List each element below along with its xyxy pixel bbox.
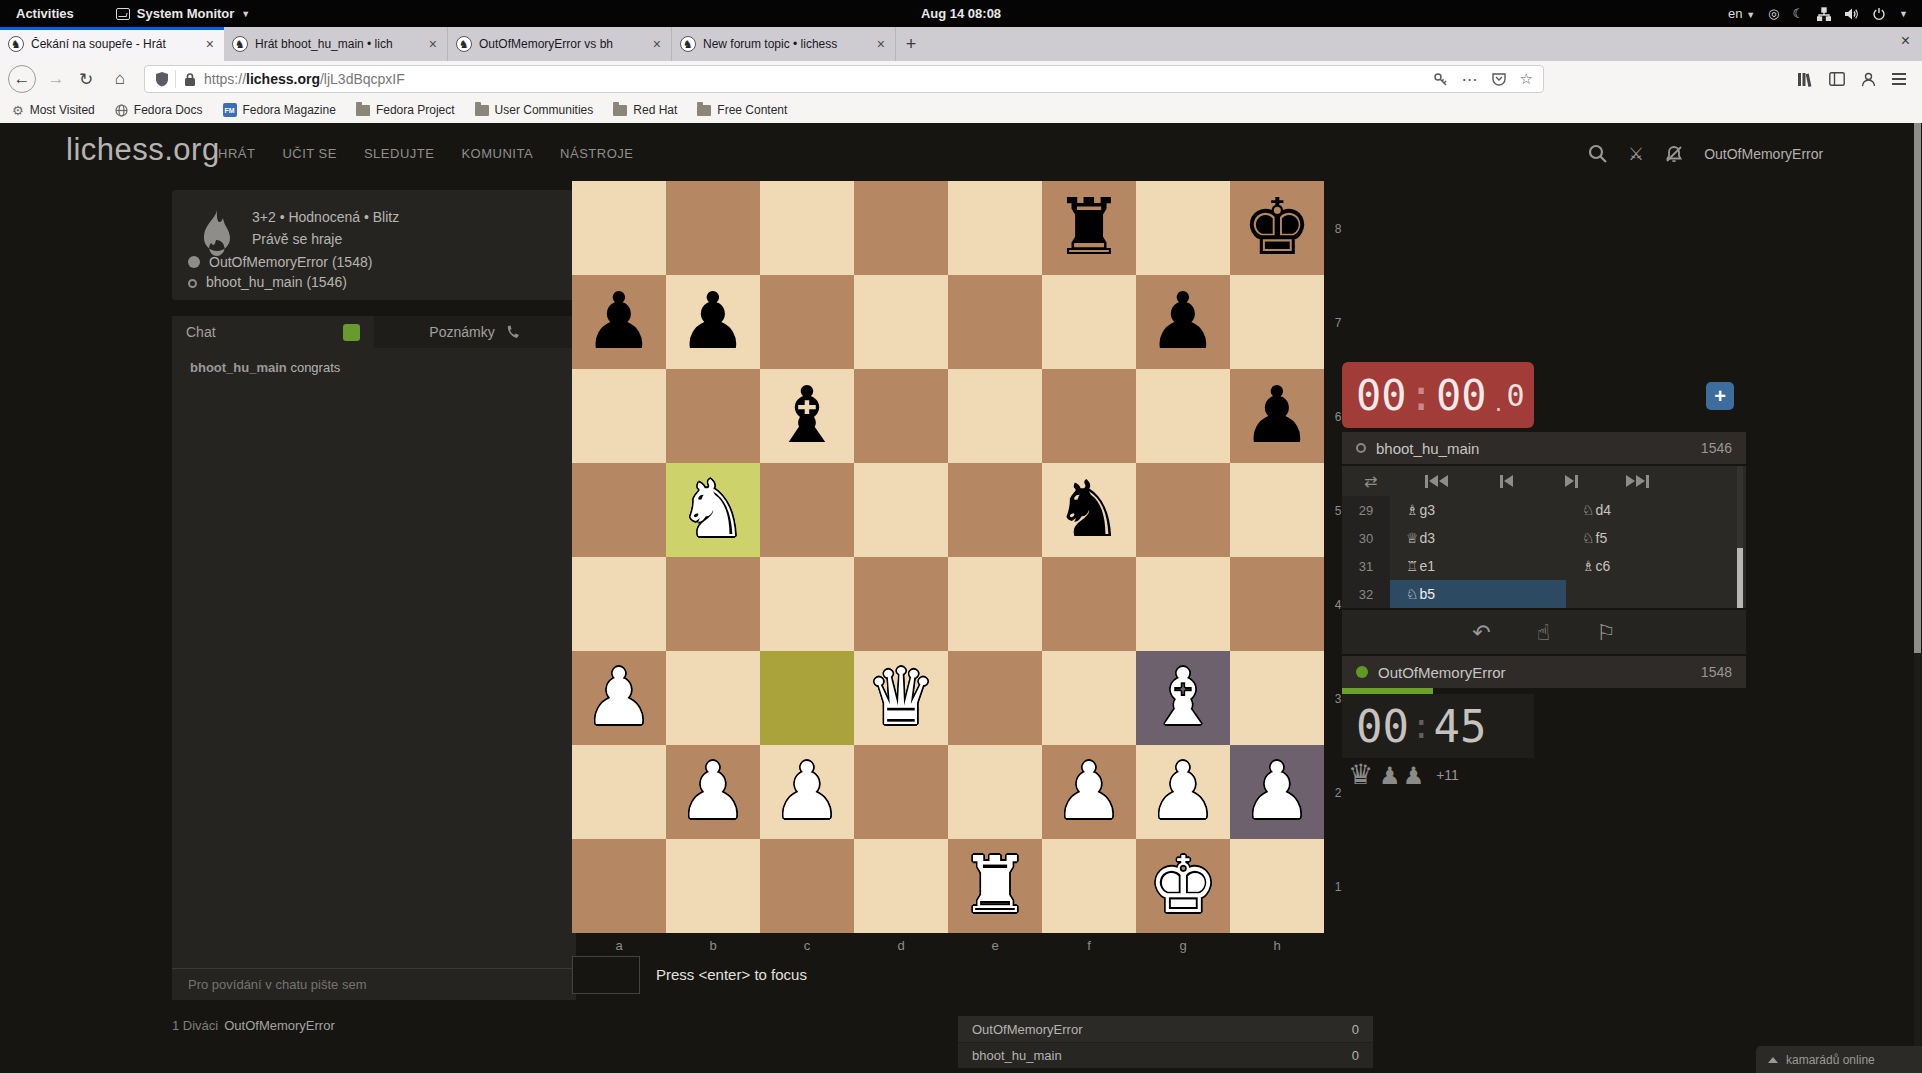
square-d4[interactable] [854, 557, 948, 651]
black-knight[interactable]: ♞ [1042, 463, 1136, 557]
chess-board: ♜♚♟♟♟♝♟♞♞♟♛♝♟♟♟♟♟♜♚ [572, 181, 1324, 933]
square-f5[interactable]: ♞ [1042, 463, 1136, 557]
square-c4[interactable] [760, 557, 854, 651]
square-e5[interactable] [948, 463, 1042, 557]
move-row: 29♗g3♘d4 [1342, 496, 1746, 524]
square-d5[interactable] [854, 463, 948, 557]
square-h7[interactable] [1230, 275, 1324, 369]
bookmark-label: User Communities [495, 103, 594, 117]
square-a4[interactable] [572, 557, 666, 651]
gnome-top-bar: Activities System Monitor ▼ Aug 14 08:08… [0, 0, 1922, 27]
square-h1[interactable] [1230, 839, 1324, 933]
bookmark-label: Free Content [717, 103, 787, 117]
nav-item[interactable]: UČIT SE [282, 146, 337, 161]
white-king[interactable]: ♚ [1136, 839, 1230, 933]
white-clock: 00:45 [1342, 694, 1534, 758]
library-icon[interactable] [1797, 72, 1813, 87]
square-c3[interactable] [760, 651, 854, 745]
square-a3[interactable]: ♟ [572, 651, 666, 745]
square-g8[interactable] [1136, 181, 1230, 275]
move-white[interactable]: ♘b5 [1390, 580, 1566, 608]
file-label-f: f [1042, 938, 1136, 953]
captured-pawn-icon: ♟ [1379, 762, 1401, 790]
header-username[interactable]: OutOfMemoryError [1704, 146, 1823, 162]
square-e6[interactable] [948, 369, 1042, 463]
white-knight[interactable]: ♞ [666, 463, 760, 557]
phone-icon [505, 324, 521, 340]
black-pawn[interactable]: ♟ [1136, 275, 1230, 369]
square-b5[interactable]: ♞ [666, 463, 760, 557]
sidebar-icon[interactable] [1829, 72, 1845, 86]
bookmark-label: Red Hat [633, 103, 677, 117]
main-nav: HRÁTUČIT SESLEDUJTEKOMUNITANÁSTROJE [218, 146, 633, 161]
chat-toggle[interactable] [343, 324, 360, 341]
move-white[interactable]: ♕d3 [1390, 524, 1566, 552]
game-status-line: Právě se hraje [252, 228, 399, 250]
rank-label-1: 1 [1330, 880, 1346, 894]
score-table: OutOfMemoryError0bhoot_hu_main0 [958, 1016, 1373, 1068]
bookmark-star-icon[interactable]: ☆ [1520, 70, 1533, 88]
white-rating: 1548 [1701, 664, 1732, 680]
black-rook[interactable]: ♜ [1042, 181, 1136, 275]
file-label-b: b [666, 938, 760, 953]
url-text: https://lichess.org/ljL3dBqcpxIF [204, 71, 405, 87]
offline-ring-icon [1356, 443, 1366, 453]
square-g7[interactable]: ♟ [1136, 275, 1230, 369]
network-icon [1817, 7, 1831, 21]
square-h2[interactable]: ♟ [1230, 745, 1324, 839]
move-row: 30♕d3♘f5 [1342, 524, 1746, 552]
window-close-button[interactable]: × [1901, 32, 1910, 50]
bookmark-label: Fedora Magazine [243, 103, 336, 117]
move-white[interactable]: ♗g3 [1390, 496, 1566, 524]
white-pawn[interactable]: ♟ [1230, 745, 1324, 839]
square-f8[interactable]: ♜ [1042, 181, 1136, 275]
keyboard-move-input[interactable] [572, 956, 640, 994]
bookmarks-bar: ⚙Most VisitedFedora DocsFMFedora Magazin… [0, 97, 1922, 123]
score-value: 0 [1352, 1022, 1359, 1037]
spectator-link[interactable]: OutOfMemoryError [224, 1018, 335, 1033]
online-dot-icon [1356, 666, 1368, 678]
give-time-button[interactable]: + [1706, 382, 1734, 410]
rank-label-8: 8 [1330, 222, 1346, 236]
square-f4[interactable] [1042, 557, 1136, 651]
move-black[interactable]: ♘d4 [1566, 496, 1742, 524]
black-player-line[interactable]: bhoot_hu_main (1546) [188, 272, 372, 292]
square-d7[interactable] [854, 275, 948, 369]
tab-title: Hrát bhoot_hu_main • lich [255, 37, 420, 51]
first-move-button[interactable] [1425, 475, 1448, 488]
white-pawn[interactable]: ♟ [572, 651, 666, 745]
folder-icon [356, 105, 370, 116]
move-number: 30 [1342, 524, 1390, 552]
white-bishop[interactable]: ♝ [1136, 651, 1230, 745]
square-b8[interactable] [666, 181, 760, 275]
black-clock: 00:00.0 [1342, 362, 1534, 428]
square-e4[interactable] [948, 557, 1042, 651]
nav-item[interactable]: HRÁT [218, 146, 255, 161]
move-black[interactable]: ♘f5 [1566, 524, 1742, 552]
browser-tab-strip: ♞Čekání na soupeře - Hrát×♞Hrát bhoot_hu… [0, 27, 1922, 61]
time-control-line: 3+2 • Hodnocená • Blitz [252, 206, 399, 228]
game-controls: ↶ ☝ ⚐ [1342, 610, 1746, 654]
square-c6[interactable]: ♝ [760, 369, 854, 463]
square-a2[interactable] [572, 745, 666, 839]
friends-online-bar[interactable]: kamarádů online [1756, 1046, 1922, 1073]
folder-icon [475, 105, 489, 116]
captured-pawn-icon: ♟ [1403, 762, 1425, 790]
browser-tab[interactable]: ♞Hrát bhoot_hu_main • lich× [224, 27, 448, 61]
move-row: 32♘b5 [1342, 580, 1746, 608]
square-a7[interactable]: ♟ [572, 275, 666, 369]
chat-input[interactable] [172, 969, 576, 1000]
move-number: 29 [1342, 496, 1390, 524]
square-d1[interactable] [854, 839, 948, 933]
material-advantage: +11 [1436, 767, 1459, 783]
square-b7[interactable]: ♟ [666, 275, 760, 369]
black-king[interactable]: ♚ [1230, 181, 1324, 275]
chevron-up-icon [1768, 1057, 1778, 1063]
challenges-icon[interactable]: ⚔ [1628, 143, 1644, 164]
focused-window-title: System Monitor [137, 6, 235, 21]
pocket-icon[interactable] [1492, 72, 1506, 86]
square-c7[interactable] [760, 275, 854, 369]
bookmark-item[interactable]: FMFedora Magazine [223, 103, 336, 117]
focused-window-indicator[interactable]: System Monitor ▼ [116, 6, 250, 21]
square-d6[interactable] [854, 369, 948, 463]
draw-offer-icon[interactable]: ☝ [1537, 620, 1550, 645]
file-label-a: a [572, 938, 666, 953]
white-pawn[interactable]: ♟ [1136, 745, 1230, 839]
black-disc-icon [188, 279, 197, 288]
move-black[interactable]: ♗c6 [1566, 552, 1742, 580]
browser-tab[interactable]: ♞Čekání na soupeře - Hrát× [0, 27, 224, 61]
tab-close-icon[interactable]: × [204, 36, 216, 52]
black-pawn[interactable]: ♟ [666, 275, 760, 369]
lichess-favicon: ♞ [232, 36, 248, 52]
square-a1[interactable] [572, 839, 666, 933]
search-icon[interactable] [1588, 144, 1608, 164]
lichess-favicon: ♞ [8, 36, 24, 52]
bookmark-item[interactable]: Free Content [697, 103, 787, 117]
black-bishop[interactable]: ♝ [760, 369, 854, 463]
score-player: bhoot_hu_main [972, 1048, 1062, 1063]
chat-messages: bhoot_hu_main congrats [172, 348, 576, 968]
nav-item[interactable]: SLEDUJTE [364, 146, 434, 161]
white-rook[interactable]: ♜ [948, 839, 1042, 933]
folder-icon [697, 105, 711, 116]
square-b2[interactable]: ♟ [666, 745, 760, 839]
activities-button[interactable]: Activities [16, 6, 74, 21]
square-d3[interactable]: ♛ [854, 651, 948, 745]
white-disc-icon [188, 256, 200, 268]
square-h8[interactable]: ♚ [1230, 181, 1324, 275]
lichess-favicon: ♞ [456, 36, 472, 52]
browser-tab[interactable]: ♞New forum topic • lichess× [672, 27, 896, 61]
square-b4[interactable] [666, 557, 760, 651]
square-h3[interactable] [1230, 651, 1324, 745]
square-f3[interactable] [1042, 651, 1136, 745]
page-actions-icon[interactable]: ⋯ [1462, 70, 1478, 89]
bookmark-item[interactable]: User Communities [475, 103, 594, 117]
desktop-clock[interactable]: Aug 14 08:08 [921, 6, 1001, 21]
black-rating: 1546 [1701, 440, 1732, 456]
square-b3[interactable] [666, 651, 760, 745]
spectators-line: 1 DiváciOutOfMemoryError [172, 1018, 335, 1033]
square-g2[interactable]: ♟ [1136, 745, 1230, 839]
white-pawn[interactable]: ♟ [666, 745, 760, 839]
move-white[interactable]: ♖e1 [1390, 552, 1566, 580]
system-monitor-icon [116, 8, 130, 20]
volume-icon [1844, 7, 1859, 21]
move-number: 32 [1342, 580, 1390, 608]
tab-title: OutOfMemoryError vs bh [479, 37, 644, 51]
score-value: 0 [1352, 1048, 1359, 1063]
browser-toolbar: ← → ↻ ⌂ https://lichess.org/ljL3dBqcpxIF… [0, 61, 1922, 97]
gear-icon: ⚙ [12, 103, 24, 118]
keyboard-layout-indicator[interactable]: en ▼ [1728, 6, 1755, 21]
square-d8[interactable] [854, 181, 948, 275]
key-icon[interactable] [1433, 72, 1448, 87]
chevron-down-icon[interactable]: ▼ [1899, 9, 1908, 19]
account-icon[interactable] [1861, 72, 1876, 87]
browser-tab[interactable]: ♞OutOfMemoryError vs bh× [448, 27, 672, 61]
tab-title: Čekání na soupeře - Hrát [31, 37, 197, 51]
square-h4[interactable] [1230, 557, 1324, 651]
square-b1[interactable] [666, 839, 760, 933]
prev-move-button[interactable] [1500, 475, 1513, 488]
black-pawn[interactable]: ♟ [1230, 369, 1324, 463]
square-d2[interactable] [854, 745, 948, 839]
focus-hint: Press <enter> to focus [656, 966, 807, 983]
tab-close-icon[interactable]: × [427, 36, 439, 52]
square-a8[interactable] [572, 181, 666, 275]
bookmark-item[interactable]: Red Hat [613, 103, 677, 117]
tab-close-icon[interactable]: × [651, 36, 663, 52]
folder-icon [613, 105, 627, 116]
white-queen[interactable]: ♛ [854, 651, 948, 745]
file-label-h: h [1230, 938, 1324, 953]
lichess-logo[interactable]: lichess.org [66, 132, 220, 168]
cycle-icon[interactable]: ⇄ [1364, 472, 1377, 491]
nav-item[interactable]: NÁSTROJE [560, 146, 633, 161]
square-f6[interactable] [1042, 369, 1136, 463]
square-e8[interactable] [948, 181, 1042, 275]
white-pawn[interactable]: ♟ [760, 745, 854, 839]
back-button[interactable]: ← [8, 65, 36, 93]
captured-pieces: ♛♟♟ +11 [1348, 758, 1459, 791]
square-g3[interactable]: ♝ [1136, 651, 1230, 745]
power-icon[interactable] [1872, 7, 1886, 21]
resign-flag-icon[interactable]: ⚐ [1596, 620, 1616, 645]
reload-button[interactable]: ↻ [74, 69, 98, 90]
black-player-row[interactable]: bhoot_hu_main 1546 [1342, 432, 1746, 464]
white-player-row[interactable]: OutOfMemoryError 1548 [1342, 656, 1746, 688]
bookmark-item[interactable]: Fedora Docs [115, 103, 203, 117]
square-h5[interactable] [1230, 463, 1324, 557]
lichess-favicon: ♞ [680, 36, 696, 52]
move-black[interactable] [1566, 580, 1742, 608]
rank-label-2: 2 [1330, 786, 1346, 800]
forward-button[interactable]: → [44, 69, 68, 89]
square-a6[interactable] [572, 369, 666, 463]
tab-chat[interactable]: Chat [172, 316, 374, 348]
tracking-shield-icon[interactable] [155, 71, 169, 87]
score-row[interactable]: bhoot_hu_main0 [958, 1042, 1373, 1068]
square-e7[interactable] [948, 275, 1042, 369]
page-scrollbar-thumb[interactable] [1914, 123, 1921, 653]
square-e3[interactable] [948, 651, 1042, 745]
square-c5[interactable] [760, 463, 854, 557]
file-label-e: e [948, 938, 1042, 953]
tab-title: New forum topic • lichess [703, 37, 868, 51]
screencast-icon: ◎ [1768, 6, 1779, 21]
notifications-muted-icon[interactable] [1664, 144, 1684, 164]
square-g5[interactable] [1136, 463, 1230, 557]
tab-close-icon[interactable]: × [875, 36, 887, 52]
square-h6[interactable]: ♟ [1230, 369, 1324, 463]
takeback-icon[interactable]: ↶ [1472, 620, 1490, 645]
night-light-icon: ☾ [1792, 6, 1804, 21]
url-bar[interactable]: https://lichess.org/ljL3dBqcpxIF ⋯ ☆ [144, 65, 1544, 93]
square-c2[interactable]: ♟ [760, 745, 854, 839]
square-f7[interactable] [1042, 275, 1136, 369]
square-b6[interactable] [666, 369, 760, 463]
move-scrollbar-thumb[interactable] [1737, 548, 1743, 608]
square-e1[interactable]: ♜ [948, 839, 1042, 933]
new-tab-button[interactable]: + [896, 27, 926, 61]
file-label-c: c [760, 938, 854, 953]
black-pawn[interactable]: ♟ [572, 275, 666, 369]
globe-icon [115, 104, 128, 117]
square-c8[interactable] [760, 181, 854, 275]
bookmark-label: Fedora Project [376, 103, 455, 117]
square-f1[interactable] [1042, 839, 1136, 933]
move-list: ⇄ 29♗g3♘d430♕d3♘f531♖e1♗c632♘b5 [1342, 466, 1746, 608]
move-number: 31 [1342, 552, 1390, 580]
bookmark-item[interactable]: Fedora Project [356, 103, 455, 117]
fedora-magazine-icon: FM [223, 103, 237, 117]
rank-label-7: 7 [1330, 316, 1346, 330]
home-button[interactable]: ⌂ [108, 69, 132, 89]
tab-notes[interactable]: Poznámky [374, 316, 576, 348]
file-label-g: g [1136, 938, 1230, 953]
bookmark-label: Fedora Docs [134, 103, 203, 117]
score-player: OutOfMemoryError [972, 1022, 1083, 1037]
game-meta-box: 3+2 • Hodnocená • Blitz Právě se hraje O… [172, 190, 576, 300]
square-g1[interactable]: ♚ [1136, 839, 1230, 933]
white-pawn[interactable]: ♟ [1042, 745, 1136, 839]
last-move-button[interactable] [1626, 475, 1649, 488]
bookmark-label: Most Visited [30, 103, 95, 117]
menu-icon[interactable] [1892, 73, 1906, 85]
captured-queen-icon: ♛ [1348, 758, 1373, 791]
square-c1[interactable] [760, 839, 854, 933]
lock-icon[interactable] [184, 72, 196, 87]
square-e2[interactable] [948, 745, 1042, 839]
chat-message: bhoot_hu_main congrats [172, 348, 576, 375]
square-a5[interactable] [572, 463, 666, 557]
square-f2[interactable]: ♟ [1042, 745, 1136, 839]
chevron-down-icon: ▼ [241, 9, 250, 19]
next-move-button[interactable] [1565, 475, 1578, 488]
bookmark-item[interactable]: ⚙Most Visited [12, 103, 95, 118]
file-label-d: d [854, 938, 948, 953]
square-g6[interactable] [1136, 369, 1230, 463]
score-row[interactable]: OutOfMemoryError0 [958, 1016, 1373, 1042]
white-player-line[interactable]: OutOfMemoryError (1548) [188, 252, 372, 272]
move-row: 31♖e1♗c6 [1342, 552, 1746, 580]
square-g4[interactable] [1136, 557, 1230, 651]
divider [175, 70, 176, 88]
nav-item[interactable]: KOMUNITA [461, 146, 533, 161]
